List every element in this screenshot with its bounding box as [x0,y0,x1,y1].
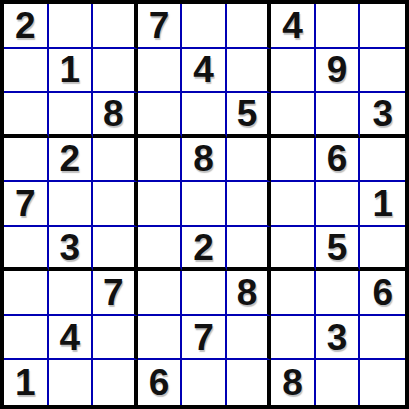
cell-r3c5[interactable] [182,93,227,138]
cell-r1c9[interactable] [360,4,405,49]
cell-r7c8[interactable] [316,271,361,316]
cell-r6c2[interactable]: 3 [49,227,94,272]
cell-r3c8[interactable] [316,93,361,138]
cell-r7c3[interactable]: 7 [93,271,138,316]
cell-r5c3[interactable] [93,182,138,227]
cell-r2c1[interactable] [4,49,49,94]
cell-r6c9[interactable] [360,227,405,272]
cell-r2c8[interactable]: 9 [316,49,361,94]
cell-r9c4[interactable]: 6 [138,360,183,405]
cell-r4c5[interactable]: 8 [182,138,227,183]
cell-r9c6[interactable] [227,360,272,405]
cell-r5c7[interactable] [271,182,316,227]
cell-r4c8[interactable]: 6 [316,138,361,183]
cell-r5c9[interactable]: 1 [360,182,405,227]
cell-r6c1[interactable] [4,227,49,272]
cell-r2c2[interactable]: 1 [49,49,94,94]
cell-r4c1[interactable] [4,138,49,183]
cell-r3c6[interactable]: 5 [227,93,272,138]
cell-r4c6[interactable] [227,138,272,183]
cell-r8c2[interactable]: 4 [49,316,94,361]
cell-r7c1[interactable] [4,271,49,316]
cell-r9c2[interactable] [49,360,94,405]
cell-r5c8[interactable] [316,182,361,227]
cell-r4c9[interactable] [360,138,405,183]
cell-r6c8[interactable]: 5 [316,227,361,272]
cell-r1c8[interactable] [316,4,361,49]
cell-r6c4[interactable] [138,227,183,272]
cell-r3c9[interactable]: 3 [360,93,405,138]
cell-r1c5[interactable] [182,4,227,49]
cell-r9c3[interactable] [93,360,138,405]
cell-r7c7[interactable] [271,271,316,316]
cell-r2c7[interactable] [271,49,316,94]
cell-r8c1[interactable] [4,316,49,361]
cell-r8c9[interactable] [360,316,405,361]
cell-r3c3[interactable]: 8 [93,93,138,138]
cell-r6c5[interactable]: 2 [182,227,227,272]
cell-r7c4[interactable] [138,271,183,316]
cell-r4c2[interactable]: 2 [49,138,94,183]
cell-r7c5[interactable] [182,271,227,316]
cell-r7c9[interactable]: 6 [360,271,405,316]
cell-r8c3[interactable] [93,316,138,361]
cell-r9c9[interactable] [360,360,405,405]
cell-r7c2[interactable] [49,271,94,316]
cell-r9c7[interactable]: 8 [271,360,316,405]
cell-r3c7[interactable] [271,93,316,138]
cell-r5c1[interactable]: 7 [4,182,49,227]
sudoku-board: 27414985328671325786473168 [0,0,409,409]
cell-r6c3[interactable] [93,227,138,272]
cell-r8c8[interactable]: 3 [316,316,361,361]
cell-r2c4[interactable] [138,49,183,94]
cell-r5c4[interactable] [138,182,183,227]
cell-r2c5[interactable]: 4 [182,49,227,94]
cell-r9c5[interactable] [182,360,227,405]
cell-r2c9[interactable] [360,49,405,94]
cell-r8c6[interactable] [227,316,272,361]
cell-r3c1[interactable] [4,93,49,138]
cell-r4c7[interactable] [271,138,316,183]
cell-r2c6[interactable] [227,49,272,94]
cell-r5c2[interactable] [49,182,94,227]
cell-r9c1[interactable]: 1 [4,360,49,405]
cell-r8c7[interactable] [271,316,316,361]
cell-r7c6[interactable]: 8 [227,271,272,316]
cell-r1c1[interactable]: 2 [4,4,49,49]
cell-r1c4[interactable]: 7 [138,4,183,49]
cell-r1c3[interactable] [93,4,138,49]
cell-r4c4[interactable] [138,138,183,183]
cell-r6c7[interactable] [271,227,316,272]
cell-r5c6[interactable] [227,182,272,227]
cell-r4c3[interactable] [93,138,138,183]
cell-r3c4[interactable] [138,93,183,138]
cell-r2c3[interactable] [93,49,138,94]
cell-r3c2[interactable] [49,93,94,138]
cell-r1c7[interactable]: 4 [271,4,316,49]
cell-r1c2[interactable] [49,4,94,49]
cell-r8c4[interactable] [138,316,183,361]
cell-r1c6[interactable] [227,4,272,49]
cell-r5c5[interactable] [182,182,227,227]
cell-r9c8[interactable] [316,360,361,405]
cell-r6c6[interactable] [227,227,272,272]
cell-r8c5[interactable]: 7 [182,316,227,361]
